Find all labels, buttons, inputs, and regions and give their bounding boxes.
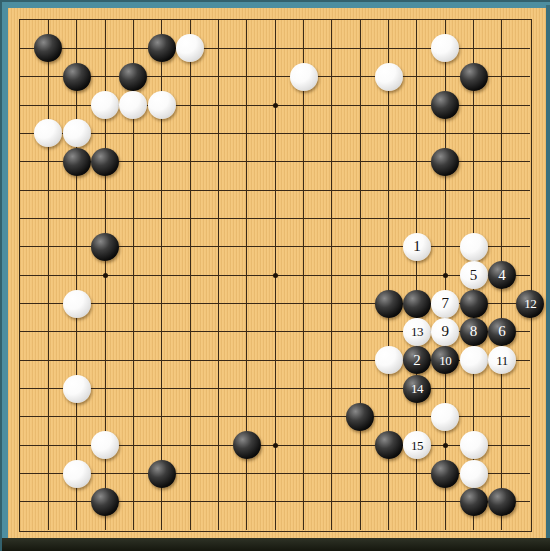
stone-white-move-5-17-10: 5 — [460, 261, 488, 289]
stone-black-18-18 — [488, 488, 516, 516]
star-point — [273, 443, 278, 448]
stone-black-17-11 — [460, 290, 488, 318]
stone-black-move-6-18-12: 6 — [488, 318, 516, 346]
move-number-label: 6 — [498, 324, 506, 339]
move-number-label: 5 — [470, 267, 478, 282]
stone-black-6-2 — [148, 34, 176, 62]
move-number-label: 11 — [496, 353, 508, 366]
stone-black-3-6 — [63, 148, 91, 176]
stone-black-9-16 — [233, 431, 261, 459]
stone-white-move-9-16-12: 9 — [431, 318, 459, 346]
stone-white-17-9 — [460, 233, 488, 261]
stone-black-16-6 — [431, 148, 459, 176]
stone-black-17-18 — [460, 488, 488, 516]
stone-white-3-5 — [63, 119, 91, 147]
go-board[interactable]: 15471213986210111415 — [8, 8, 546, 538]
move-number-label: 13 — [411, 325, 423, 338]
star-point — [443, 273, 448, 278]
frame-bottom-shadow — [0, 538, 550, 551]
stone-black-17-3 — [460, 63, 488, 91]
stone-black-4-9 — [91, 233, 119, 261]
stone-white-16-15 — [431, 403, 459, 431]
stone-black-13-15 — [346, 403, 374, 431]
move-number-label: 10 — [439, 353, 451, 366]
stone-white-6-4 — [148, 91, 176, 119]
move-number-label: 9 — [442, 324, 450, 339]
stone-black-3-3 — [63, 63, 91, 91]
move-number-label: 4 — [498, 267, 506, 282]
stone-black-move-12-19-11: 12 — [516, 290, 544, 318]
stone-white-17-17 — [460, 460, 488, 488]
stone-white-move-1-15-9: 1 — [403, 233, 431, 261]
move-number-label: 7 — [442, 296, 450, 311]
stone-white-11-3 — [290, 63, 318, 91]
stone-black-move-4-18-10: 4 — [488, 261, 516, 289]
star-point — [443, 443, 448, 448]
stone-black-4-6 — [91, 148, 119, 176]
star-point — [273, 103, 278, 108]
stone-white-move-15-15-16: 15 — [403, 431, 431, 459]
grid-line-horizontal — [20, 388, 530, 389]
move-number-label: 15 — [411, 438, 423, 451]
stone-white-3-11 — [63, 290, 91, 318]
star-point — [273, 273, 278, 278]
move-number-label: 8 — [470, 324, 478, 339]
stone-white-3-17 — [63, 460, 91, 488]
stone-black-15-11 — [403, 290, 431, 318]
stone-black-move-8-17-12: 8 — [460, 318, 488, 346]
go-game-screenshot: 15471213986210111415 — [0, 0, 550, 551]
star-point — [103, 273, 108, 278]
stone-black-14-11 — [375, 290, 403, 318]
grid-line-vertical — [303, 20, 304, 530]
stone-white-14-3 — [375, 63, 403, 91]
stone-white-move-11-18-13: 11 — [488, 346, 516, 374]
move-number-label: 14 — [411, 382, 423, 395]
grid-line-vertical — [331, 20, 332, 530]
frame-right-shadow — [546, 5, 550, 538]
stone-black-4-18 — [91, 488, 119, 516]
stone-white-4-4 — [91, 91, 119, 119]
stone-white-move-7-16-11: 7 — [431, 290, 459, 318]
stone-white-14-13 — [375, 346, 403, 374]
move-number-label: 12 — [524, 297, 536, 310]
move-number-label: 2 — [413, 352, 421, 367]
stone-black-move-2-15-13: 2 — [403, 346, 431, 374]
stone-white-17-16 — [460, 431, 488, 459]
stone-white-3-14 — [63, 375, 91, 403]
stone-black-6-17 — [148, 460, 176, 488]
stone-black-14-16 — [375, 431, 403, 459]
stone-white-move-13-15-12: 13 — [403, 318, 431, 346]
stone-white-17-13 — [460, 346, 488, 374]
move-number-label: 1 — [413, 239, 421, 254]
stone-black-5-3 — [119, 63, 147, 91]
stone-black-move-14-15-14: 14 — [403, 375, 431, 403]
grid-line-vertical — [360, 20, 361, 530]
stone-black-16-17 — [431, 460, 459, 488]
